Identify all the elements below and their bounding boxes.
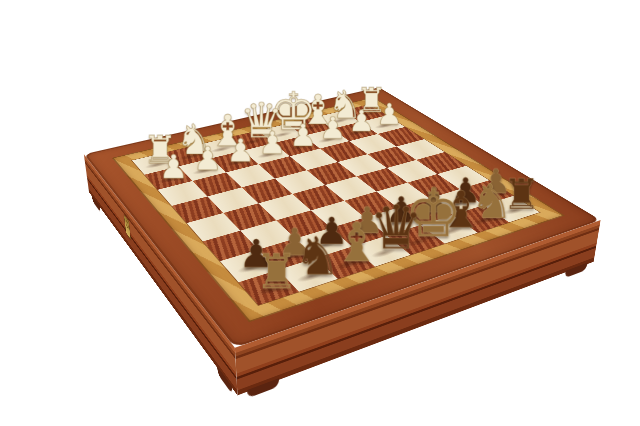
box-foot <box>247 378 279 398</box>
product-photo-scene: ♜♞♝♛♚♝♞♜♟♟♟♟♟♟♟♟♟♟♟♟♟♟♟♟♜♞♝♛♚♝♞♜ <box>0 0 640 426</box>
black-knight[interactable]: ♞ <box>294 230 339 282</box>
box-foot <box>92 195 101 213</box>
black-rook[interactable]: ♜ <box>254 247 300 296</box>
box-foot <box>217 366 232 394</box>
chess-box: ♜♞♝♛♚♝♞♜♟♟♟♟♟♟♟♟♟♟♟♟♟♟♟♟♜♞♝♛♚♝♞♜ <box>84 87 601 348</box>
brass-latch <box>124 214 131 239</box>
box-foot <box>565 263 588 279</box>
